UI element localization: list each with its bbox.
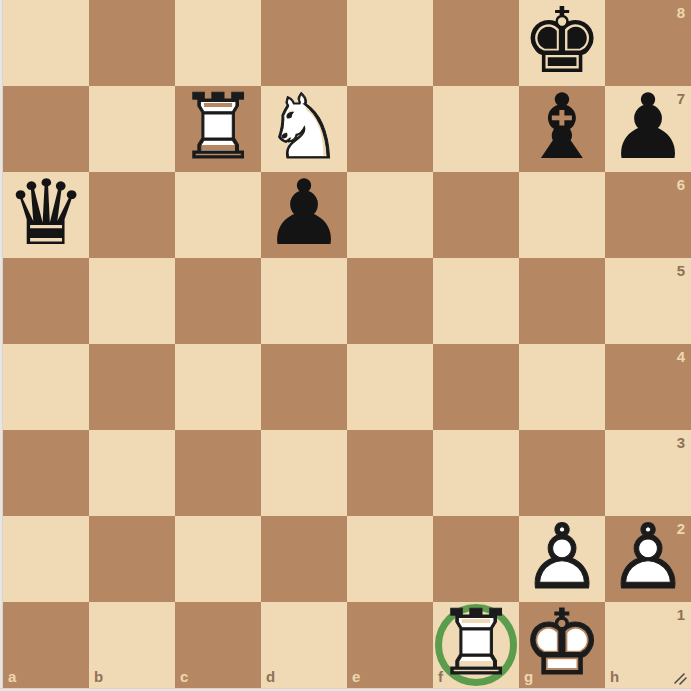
- white-rook-outline-glyph: ♖: [175, 86, 261, 172]
- square-b5[interactable]: [89, 258, 175, 344]
- black-pawn-glyph: ♟: [261, 172, 347, 258]
- square-e6[interactable]: [347, 172, 433, 258]
- square-c2[interactable]: [175, 516, 261, 602]
- square-g7[interactable]: ♝: [519, 86, 605, 172]
- square-f1[interactable]: ♜♖f: [433, 602, 519, 688]
- square-a6[interactable]: ♛: [3, 172, 89, 258]
- rank-label-2: 2: [677, 521, 685, 536]
- square-h6[interactable]: 6: [605, 172, 691, 258]
- square-b2[interactable]: [89, 516, 175, 602]
- square-h2[interactable]: ♟♙2: [605, 516, 691, 602]
- rank-label-4: 4: [677, 349, 685, 364]
- square-c4[interactable]: [175, 344, 261, 430]
- white-rook[interactable]: ♜♖: [175, 86, 261, 172]
- square-f6[interactable]: [433, 172, 519, 258]
- square-c3[interactable]: [175, 430, 261, 516]
- rank-label-5: 5: [677, 263, 685, 278]
- square-a3[interactable]: [3, 430, 89, 516]
- rank-label-7: 7: [677, 91, 685, 106]
- square-d4[interactable]: [261, 344, 347, 430]
- rank-label-1: 1: [677, 607, 685, 622]
- square-g6[interactable]: [519, 172, 605, 258]
- black-queen-glyph: ♛: [3, 172, 89, 258]
- square-b7[interactable]: [89, 86, 175, 172]
- square-d6[interactable]: ♟: [261, 172, 347, 258]
- file-label-b: b: [94, 669, 103, 684]
- white-rook-outline-glyph: ♖: [433, 602, 519, 688]
- square-d2[interactable]: [261, 516, 347, 602]
- square-e5[interactable]: [347, 258, 433, 344]
- square-g4[interactable]: [519, 344, 605, 430]
- black-queen[interactable]: ♛: [3, 172, 89, 258]
- square-a8[interactable]: [3, 0, 89, 86]
- square-h7[interactable]: ♟7: [605, 86, 691, 172]
- square-c5[interactable]: [175, 258, 261, 344]
- file-label-g: g: [524, 669, 533, 684]
- black-bishop-glyph: ♝: [519, 86, 605, 172]
- square-c7[interactable]: ♜♖: [175, 86, 261, 172]
- square-h5[interactable]: 5: [605, 258, 691, 344]
- file-label-e: e: [352, 669, 360, 684]
- square-f5[interactable]: [433, 258, 519, 344]
- square-b1[interactable]: b: [89, 602, 175, 688]
- rank-label-8: 8: [677, 5, 685, 20]
- resize-grip-icon[interactable]: [673, 671, 687, 685]
- square-f8[interactable]: [433, 0, 519, 86]
- square-b3[interactable]: [89, 430, 175, 516]
- square-e1[interactable]: e: [347, 602, 433, 688]
- square-b6[interactable]: [89, 172, 175, 258]
- square-d1[interactable]: d: [261, 602, 347, 688]
- square-h4[interactable]: 4: [605, 344, 691, 430]
- square-e4[interactable]: [347, 344, 433, 430]
- file-label-d: d: [266, 669, 275, 684]
- rank-label-6: 6: [677, 177, 685, 192]
- square-b4[interactable]: [89, 344, 175, 430]
- square-f4[interactable]: [433, 344, 519, 430]
- square-b8[interactable]: [89, 0, 175, 86]
- square-a1[interactable]: a: [3, 602, 89, 688]
- square-g5[interactable]: [519, 258, 605, 344]
- square-g1[interactable]: ♚♔g: [519, 602, 605, 688]
- black-pawn[interactable]: ♟: [261, 172, 347, 258]
- file-label-f: f: [438, 669, 443, 684]
- square-e2[interactable]: [347, 516, 433, 602]
- rank-label-3: 3: [677, 435, 685, 450]
- square-e7[interactable]: [347, 86, 433, 172]
- square-f7[interactable]: [433, 86, 519, 172]
- board-viewport: ♚8♜♖♞♘♝♟7♛♟6543♟♙♟♙2abcde♜♖f♚♔g1h: [0, 0, 691, 691]
- file-label-h: h: [610, 669, 619, 684]
- black-bishop[interactable]: ♝: [519, 86, 605, 172]
- square-c6[interactable]: [175, 172, 261, 258]
- square-e8[interactable]: [347, 0, 433, 86]
- square-d5[interactable]: [261, 258, 347, 344]
- chess-board: ♚8♜♖♞♘♝♟7♛♟6543♟♙♟♙2abcde♜♖f♚♔g1h: [3, 0, 691, 688]
- square-e3[interactable]: [347, 430, 433, 516]
- square-c1[interactable]: c: [175, 602, 261, 688]
- white-rook[interactable]: ♜♖: [433, 602, 519, 688]
- file-label-a: a: [8, 669, 16, 684]
- square-a5[interactable]: [3, 258, 89, 344]
- window-edge-left: [0, 0, 3, 691]
- file-label-c: c: [180, 669, 188, 684]
- square-a4[interactable]: [3, 344, 89, 430]
- square-f3[interactable]: [433, 430, 519, 516]
- square-d3[interactable]: [261, 430, 347, 516]
- square-a2[interactable]: [3, 516, 89, 602]
